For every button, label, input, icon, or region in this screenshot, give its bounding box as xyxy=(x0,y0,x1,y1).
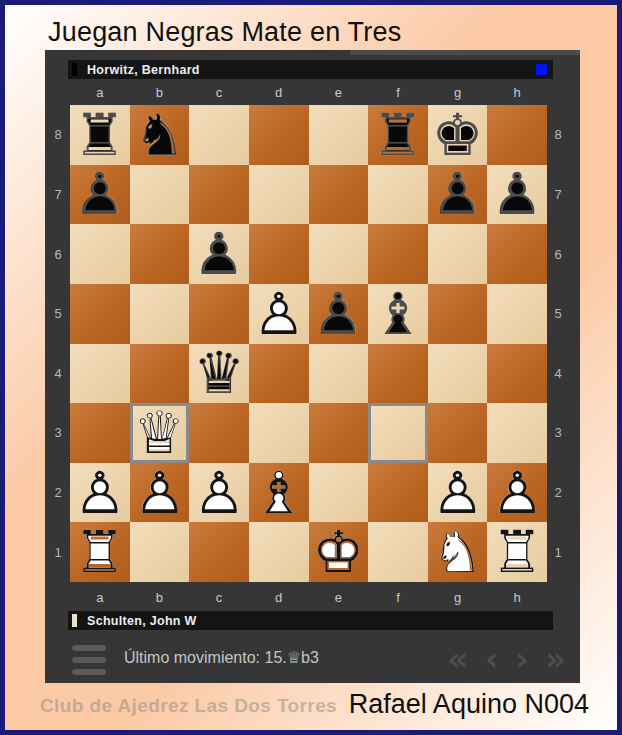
square-c5[interactable] xyxy=(189,284,249,344)
square-f7[interactable] xyxy=(368,165,428,225)
rank-labels-right: 87654321 xyxy=(547,105,569,582)
black-rook-a8[interactable]: ♜♖ xyxy=(70,105,130,165)
file-labels-bottom: abcdefgh xyxy=(70,585,547,609)
side-to-move-indicator xyxy=(536,64,547,75)
white-bishop-d2[interactable]: ♝♗ xyxy=(249,463,309,523)
square-a5[interactable] xyxy=(70,284,130,344)
square-d6[interactable] xyxy=(249,224,309,284)
square-b2[interactable]: ♟♙ xyxy=(130,463,190,523)
square-e8[interactable] xyxy=(309,105,369,165)
square-d2[interactable]: ♝♗ xyxy=(249,463,309,523)
controls-row: Último movimiento: 15.♕b3 « ‹ › » xyxy=(45,638,580,683)
square-c3[interactable] xyxy=(189,403,249,463)
square-g3[interactable] xyxy=(428,403,488,463)
square-h2[interactable]: ♟♙ xyxy=(487,463,547,523)
nav-prev-button[interactable]: ‹ xyxy=(485,643,498,675)
file-label-h: h xyxy=(487,80,547,104)
file-label-h: h xyxy=(487,585,547,609)
square-d7[interactable] xyxy=(249,165,309,225)
file-label-e: e xyxy=(309,80,369,104)
square-h3[interactable] xyxy=(487,403,547,463)
menu-bar-icon xyxy=(72,645,106,651)
square-a2[interactable]: ♟♙ xyxy=(70,463,130,523)
rank-label-5: 5 xyxy=(547,284,569,344)
rank-label-1: 1 xyxy=(47,522,69,582)
rank-label-5: 5 xyxy=(47,284,69,344)
rank-label-6: 6 xyxy=(47,224,69,284)
black-pawn-h7[interactable]: ♟♙ xyxy=(487,165,547,225)
file-label-f: f xyxy=(368,585,428,609)
square-g5[interactable] xyxy=(428,284,488,344)
chess-app-panel: Horwitz, Bernhard abcdefgh 87654321 ♜♖♞♘… xyxy=(45,50,580,683)
square-f2[interactable] xyxy=(368,463,428,523)
square-e4[interactable] xyxy=(309,344,369,404)
file-label-d: d xyxy=(249,585,309,609)
square-a1[interactable]: ♜♖ xyxy=(70,522,130,582)
square-g2[interactable]: ♟♙ xyxy=(428,463,488,523)
rank-label-7: 7 xyxy=(547,165,569,225)
black-king-g8[interactable]: ♚♔ xyxy=(428,105,488,165)
player-name-top: Horwitz, Bernhard xyxy=(87,63,200,77)
white-pawn-b2[interactable]: ♟♙ xyxy=(130,463,190,523)
square-b8[interactable]: ♞♘ xyxy=(130,105,190,165)
club-watermark: Club de Ajedrez Las Dos Torres xyxy=(40,695,337,717)
black-pawn-e5[interactable]: ♟♙ xyxy=(309,284,369,344)
white-queen-b3[interactable]: ♛♕ xyxy=(130,403,190,463)
menu-bar-icon xyxy=(72,657,106,663)
square-b5[interactable] xyxy=(130,284,190,344)
black-queen-c4[interactable]: ♛♕ xyxy=(189,344,249,404)
white-rook-h1[interactable]: ♜♖ xyxy=(487,522,547,582)
rank-label-3: 3 xyxy=(47,403,69,463)
white-pawn-c2[interactable]: ♟♙ xyxy=(189,463,249,523)
square-b6[interactable] xyxy=(130,224,190,284)
square-a4[interactable] xyxy=(70,344,130,404)
square-c8[interactable] xyxy=(189,105,249,165)
square-a7[interactable]: ♟♙ xyxy=(70,165,130,225)
square-h5[interactable] xyxy=(487,284,547,344)
puzzle-card: Juegan Negras Mate en Tres Horwitz, Bern… xyxy=(0,0,622,735)
black-pawn-a7[interactable]: ♟♙ xyxy=(70,165,130,225)
square-d5[interactable]: ♟♙ xyxy=(249,284,309,344)
square-c7[interactable] xyxy=(189,165,249,225)
square-f4[interactable] xyxy=(368,344,428,404)
panel-top-strip xyxy=(350,50,580,55)
player-bar-top: Horwitz, Bernhard xyxy=(68,60,553,79)
black-bishop-f5[interactable]: ♝♗ xyxy=(368,284,428,344)
square-d8[interactable] xyxy=(249,105,309,165)
square-c2[interactable]: ♟♙ xyxy=(189,463,249,523)
rank-label-6: 6 xyxy=(547,224,569,284)
black-pawn-g7[interactable]: ♟♙ xyxy=(428,165,488,225)
square-c6[interactable]: ♟♙ xyxy=(189,224,249,284)
square-g1[interactable]: ♞♘ xyxy=(428,522,488,582)
square-c1[interactable] xyxy=(189,522,249,582)
square-g4[interactable] xyxy=(428,344,488,404)
menu-button[interactable] xyxy=(72,645,106,675)
square-e3[interactable] xyxy=(309,403,369,463)
chess-board: ♜♖♞♘♜♖♚♔♟♙♟♙♟♙♟♙♟♙♟♙♝♗♛♕♛♕♟♙♟♙♟♙♝♗♟♙♟♙♜♖… xyxy=(70,105,547,582)
square-h1[interactable]: ♜♖ xyxy=(487,522,547,582)
square-f1[interactable] xyxy=(368,522,428,582)
square-d3[interactable] xyxy=(249,403,309,463)
file-label-d: d xyxy=(249,80,309,104)
square-h4[interactable] xyxy=(487,344,547,404)
rank-label-7: 7 xyxy=(47,165,69,225)
white-pawn-g2[interactable]: ♟♙ xyxy=(428,463,488,523)
square-f6[interactable] xyxy=(368,224,428,284)
square-d1[interactable] xyxy=(249,522,309,582)
rank-labels-left: 87654321 xyxy=(47,105,69,582)
file-label-b: b xyxy=(130,585,190,609)
white-king-e1[interactable]: ♚♔ xyxy=(309,522,369,582)
player-bar-bottom: Schulten, John W xyxy=(68,611,553,630)
white-pawn-a2[interactable]: ♟♙ xyxy=(70,463,130,523)
white-pawn-h2[interactable]: ♟♙ xyxy=(487,463,547,523)
square-e6[interactable] xyxy=(309,224,369,284)
square-d4[interactable] xyxy=(249,344,309,404)
rank-label-4: 4 xyxy=(547,344,569,404)
square-e7[interactable] xyxy=(309,165,369,225)
file-label-c: c xyxy=(189,80,249,104)
rank-label-3: 3 xyxy=(547,403,569,463)
square-e1[interactable]: ♚♔ xyxy=(309,522,369,582)
square-e2[interactable] xyxy=(309,463,369,523)
author-label: Rafael Aquino N004 xyxy=(349,689,589,720)
file-label-c: c xyxy=(189,585,249,609)
square-a8[interactable]: ♜♖ xyxy=(70,105,130,165)
diagram-title: Juegan Negras Mate en Tres xyxy=(48,17,401,48)
file-label-g: g xyxy=(428,585,488,609)
move-navigation: « ‹ › » xyxy=(447,638,566,680)
rank-label-4: 4 xyxy=(47,344,69,404)
menu-bar-icon xyxy=(72,669,106,675)
rank-label-1: 1 xyxy=(547,522,569,582)
white-side-marker-icon xyxy=(72,614,77,627)
rank-label-8: 8 xyxy=(547,105,569,165)
black-pawn-c6[interactable]: ♟♙ xyxy=(189,224,249,284)
square-c4[interactable]: ♛♕ xyxy=(189,344,249,404)
square-g8[interactable]: ♚♔ xyxy=(428,105,488,165)
square-h8[interactable] xyxy=(487,105,547,165)
player-name-bottom: Schulten, John W xyxy=(87,614,197,628)
square-b4[interactable] xyxy=(130,344,190,404)
white-rook-a1[interactable]: ♜♖ xyxy=(70,522,130,582)
last-move-label: Último movimiento: 15.♕b3 xyxy=(124,648,319,667)
square-a3[interactable] xyxy=(70,403,130,463)
rank-label-2: 2 xyxy=(47,463,69,523)
file-label-e: e xyxy=(309,585,369,609)
square-g7[interactable]: ♟♙ xyxy=(428,165,488,225)
square-a6[interactable] xyxy=(70,224,130,284)
rank-label-8: 8 xyxy=(47,105,69,165)
rank-label-2: 2 xyxy=(547,463,569,523)
square-h6[interactable] xyxy=(487,224,547,284)
nav-last-button[interactable]: » xyxy=(545,643,566,675)
black-rook-f8[interactable]: ♜♖ xyxy=(368,105,428,165)
square-b1[interactable] xyxy=(130,522,190,582)
square-e5[interactable]: ♟♙ xyxy=(309,284,369,344)
square-f3[interactable] xyxy=(368,403,428,463)
square-g6[interactable] xyxy=(428,224,488,284)
square-f8[interactable]: ♜♖ xyxy=(368,105,428,165)
nav-next-button[interactable]: › xyxy=(515,643,528,675)
white-pawn-d5[interactable]: ♟♙ xyxy=(249,284,309,344)
nav-first-button[interactable]: « xyxy=(447,643,468,675)
black-knight-b8[interactable]: ♞♘ xyxy=(130,105,190,165)
square-f5[interactable]: ♝♗ xyxy=(368,284,428,344)
square-b3[interactable]: ♛♕ xyxy=(130,403,190,463)
file-label-a: a xyxy=(70,585,130,609)
black-side-marker-icon xyxy=(72,63,77,76)
square-h7[interactable]: ♟♙ xyxy=(487,165,547,225)
square-b7[interactable] xyxy=(130,165,190,225)
white-knight-g1[interactable]: ♞♘ xyxy=(428,522,488,582)
